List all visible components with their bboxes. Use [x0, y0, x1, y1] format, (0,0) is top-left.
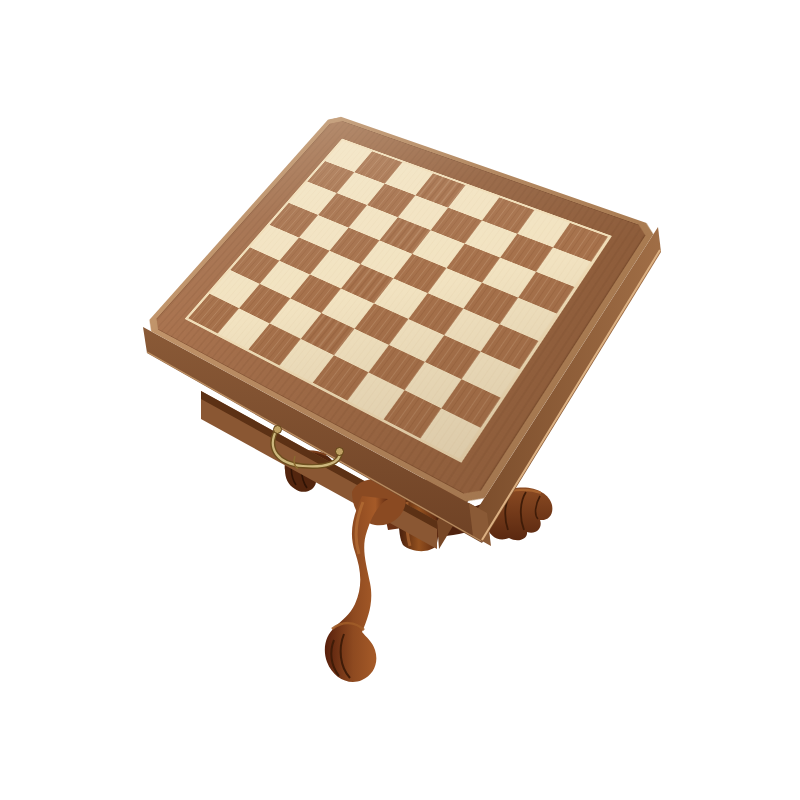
chess-table-photo — [0, 0, 800, 800]
